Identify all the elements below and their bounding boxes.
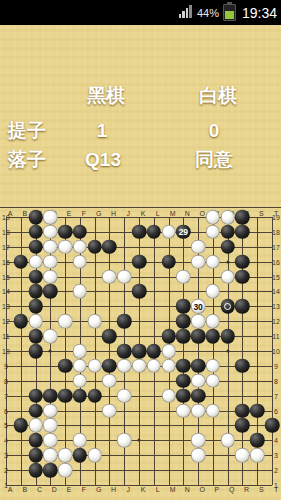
- stone-white-D18: [43, 225, 58, 240]
- col-label-bottom: M: [170, 486, 176, 493]
- stone-white-C12: [28, 314, 43, 329]
- stone-black-C11: [28, 329, 43, 344]
- stone-white-E17: [58, 240, 73, 255]
- stone-white-F16: [73, 254, 88, 269]
- stone-white-M18: [161, 225, 176, 240]
- stone-white-K9: [132, 359, 147, 374]
- grid-hline: [6, 381, 272, 382]
- col-label-bottom: O: [199, 486, 204, 493]
- stone-black-L18: [147, 225, 162, 240]
- col-label-top: J: [126, 210, 130, 217]
- stone-black-C14: [28, 284, 43, 299]
- stone-black-S6: [250, 403, 265, 418]
- stone-white-C16: [28, 254, 43, 269]
- stone-black-K16: [132, 254, 147, 269]
- stone-black-B16: [14, 254, 29, 269]
- stone-white-O8: [191, 374, 206, 389]
- stone-black-R9: [235, 359, 250, 374]
- row-label-right: 3: [274, 452, 278, 459]
- stone-white-G9: [87, 359, 102, 374]
- col-label-bottom: S: [259, 486, 264, 493]
- stone-black-K14: [132, 284, 147, 299]
- stone-white-C5: [28, 418, 43, 433]
- stone-black-R5: [235, 418, 250, 433]
- row-label-right: 11: [272, 333, 279, 340]
- col-label-top: M: [170, 210, 176, 217]
- stone-black-H9: [102, 359, 117, 374]
- row-label-left: 18: [2, 228, 10, 235]
- row-label-left: 2: [4, 467, 8, 474]
- stone-white-Q15: [220, 269, 235, 284]
- stone-white-E12: [58, 314, 73, 329]
- star-point: [49, 350, 52, 353]
- stone-black-G7: [87, 388, 102, 403]
- stone-black-N8: [176, 374, 191, 389]
- stone-black-N7: [176, 388, 191, 403]
- stone-black-O9: [191, 359, 206, 374]
- stone-black-K18: [132, 225, 147, 240]
- col-label-bottom: P: [215, 486, 220, 493]
- stone-black-T5: [265, 418, 280, 433]
- stone-black-R19: [235, 210, 250, 225]
- stone-white-F4: [73, 433, 88, 448]
- stone-white-F10: [73, 344, 88, 359]
- stone-black-C6: [28, 403, 43, 418]
- stone-white-J9: [117, 359, 132, 374]
- col-label-top: E: [67, 210, 72, 217]
- row-label-right: 18: [272, 228, 280, 235]
- stone-black-Q17: [220, 240, 235, 255]
- stone-white-J4: [117, 433, 132, 448]
- stone-white-M10: [161, 344, 176, 359]
- col-label-bottom: C: [37, 486, 42, 493]
- stone-black-E7: [58, 388, 73, 403]
- stone-white-O17: [191, 240, 206, 255]
- stone-white-M7: [161, 388, 176, 403]
- stone-white-F9: [73, 359, 88, 374]
- row-label-left: 17: [2, 243, 10, 250]
- stone-white-D17: [43, 240, 58, 255]
- row-label-right: 9: [274, 362, 278, 369]
- stone-black-R13: [235, 299, 250, 314]
- status-bar: 44% 19:34: [0, 0, 281, 25]
- stone-black-F18: [73, 225, 88, 240]
- battery-icon: [223, 4, 236, 21]
- col-label-top: N: [185, 210, 190, 217]
- col-label-bottom: H: [111, 486, 116, 493]
- stone-white-F14: [73, 284, 88, 299]
- star-point: [226, 260, 229, 263]
- stone-white-P14: [206, 284, 221, 299]
- row-label-right: 13: [272, 303, 280, 310]
- stone-white-R3: [235, 448, 250, 463]
- row-label-left: 16: [2, 258, 10, 265]
- stone-white-E2: [58, 463, 73, 478]
- col-label-bottom: B: [22, 486, 27, 493]
- row-label-left: 4: [4, 437, 8, 444]
- row-label-left: 12: [2, 318, 10, 325]
- col-label-top: F: [82, 210, 86, 217]
- status-time: 19:34: [242, 5, 277, 21]
- stone-white-D6: [43, 403, 58, 418]
- stone-black-M11: [161, 329, 176, 344]
- stone-black-J10: [117, 344, 132, 359]
- move-number-label: 29: [179, 228, 188, 237]
- stone-black-O11: [191, 329, 206, 344]
- stone-white-M9: [161, 359, 176, 374]
- col-label-bottom: A: [8, 486, 13, 493]
- col-label-bottom: K: [141, 486, 146, 493]
- stone-white-P19: [206, 210, 221, 225]
- captures-white-count: 0: [209, 120, 220, 142]
- stone-black-D14: [43, 284, 58, 299]
- row-label-left: 15: [2, 273, 10, 280]
- col-label-top: S: [259, 210, 264, 217]
- stone-black-R18: [235, 225, 250, 240]
- stone-white-D3: [43, 448, 58, 463]
- stone-white-O3: [191, 448, 206, 463]
- col-label-bottom: L: [156, 486, 160, 493]
- captures-label: 提子: [8, 118, 46, 144]
- col-label-top: H: [111, 210, 116, 217]
- stone-black-N9: [176, 359, 191, 374]
- stone-black-G17: [87, 240, 102, 255]
- stone-white-H8: [102, 374, 117, 389]
- stone-white-Q4: [220, 433, 235, 448]
- stone-white-J15: [117, 269, 132, 284]
- stone-white-G12: [87, 314, 102, 329]
- stone-white-P16: [206, 254, 221, 269]
- last-move-label: 落子: [8, 147, 46, 173]
- stone-black-P11: [206, 329, 221, 344]
- stone-white-O13: 30: [191, 299, 206, 314]
- stone-black-K10: [132, 344, 147, 359]
- row-label-right: 2: [274, 467, 278, 474]
- stone-white-O4: [191, 433, 206, 448]
- row-label-left: 13: [2, 303, 10, 310]
- stone-white-D11: [43, 329, 58, 344]
- col-label-bottom: R: [244, 486, 249, 493]
- star-point: [226, 350, 229, 353]
- stone-white-E3: [58, 448, 73, 463]
- last-move-white-status: 同意: [195, 147, 233, 173]
- black-player-header: 黑棋: [87, 83, 125, 109]
- row-label-right: 17: [272, 243, 280, 250]
- row-label-right: 8: [274, 377, 278, 384]
- stone-black-E9: [58, 359, 73, 374]
- col-label-top: G: [96, 210, 101, 217]
- go-board[interactable]: AABBCCDDEEFFGGHHJJKKLLMMNNOOPPQQRRSSTT19…: [0, 0, 281, 500]
- col-label-top: B: [22, 210, 27, 217]
- stone-white-O12: [191, 314, 206, 329]
- signal-icon: [179, 6, 193, 19]
- stone-white-H6: [102, 403, 117, 418]
- stone-black-N12: [176, 314, 191, 329]
- stone-black-C19: [28, 210, 43, 225]
- row-label-left: 5: [4, 422, 8, 429]
- row-label-left: 1: [4, 482, 8, 489]
- stone-black-C10: [28, 344, 43, 359]
- stone-white-P18: [206, 225, 221, 240]
- stone-black-R16: [235, 254, 250, 269]
- stone-white-D19: [43, 210, 58, 225]
- stone-black-B5: [14, 418, 29, 433]
- stone-black-D2: [43, 463, 58, 478]
- stone-black-O7: [191, 388, 206, 403]
- col-label-bottom: J: [126, 486, 130, 493]
- stone-black-H17: [102, 240, 117, 255]
- row-label-left: 6: [4, 407, 8, 414]
- row-label-left: 7: [4, 392, 8, 399]
- stone-black-C18: [28, 225, 43, 240]
- stone-black-N13: [176, 299, 191, 314]
- move-number-label: 30: [193, 302, 202, 311]
- stone-white-F17: [73, 240, 88, 255]
- stone-black-C4: [28, 433, 43, 448]
- stone-white-D16: [43, 254, 58, 269]
- col-label-top: K: [141, 210, 146, 217]
- stone-black-J12: [117, 314, 132, 329]
- stone-black-N18: 29: [176, 225, 191, 240]
- row-label-right: 6: [274, 407, 278, 414]
- row-label-right: 12: [272, 318, 280, 325]
- white-player-header: 白棋: [199, 83, 237, 109]
- app-screen: 44% 19:34 黑棋 白棋 提子 1 0 落子 Q13 同意 AABBCCD…: [0, 0, 281, 500]
- stone-black-Q18: [220, 225, 235, 240]
- board-top-edge-line: [0, 207, 281, 208]
- grid-vline: [183, 217, 184, 485]
- last-move-black: Q13: [85, 149, 121, 171]
- stone-black-C15: [28, 269, 43, 284]
- stone-white-S3: [250, 448, 265, 463]
- stone-white-N15: [176, 269, 191, 284]
- stone-white-J7: [117, 388, 132, 403]
- stone-white-D4: [43, 433, 58, 448]
- stone-black-C7: [28, 388, 43, 403]
- stone-black-F7: [73, 388, 88, 403]
- row-label-left: 10: [2, 348, 10, 355]
- stone-white-P8: [206, 374, 221, 389]
- row-label-right: 7: [274, 392, 278, 399]
- stone-white-H15: [102, 269, 117, 284]
- col-label-top: L: [156, 210, 160, 217]
- col-label-bottom: E: [67, 486, 72, 493]
- stone-black-C3: [28, 448, 43, 463]
- col-label-bottom: D: [52, 486, 57, 493]
- row-label-right: 10: [272, 348, 280, 355]
- row-label-right: 14: [272, 288, 280, 295]
- stone-white-P6: [206, 403, 221, 418]
- stone-black-Q11: [220, 329, 235, 344]
- stone-black-M16: [161, 254, 176, 269]
- stone-black-C2: [28, 463, 43, 478]
- col-label-top: O: [199, 210, 204, 217]
- stone-white-P12: [206, 314, 221, 329]
- stone-black-S4: [250, 433, 265, 448]
- stone-white-D5: [43, 418, 58, 433]
- stone-black-H11: [102, 329, 117, 344]
- stone-black-D7: [43, 388, 58, 403]
- col-label-bottom: Q: [229, 486, 234, 493]
- stone-black-N11: [176, 329, 191, 344]
- stone-white-O6: [191, 403, 206, 418]
- battery-percent: 44%: [197, 7, 219, 19]
- stone-white-L9: [147, 359, 162, 374]
- stone-black-Q13: [220, 299, 235, 314]
- row-label-left: 3: [4, 452, 8, 459]
- col-label-bottom: F: [82, 486, 86, 493]
- row-label-left: 19: [2, 214, 10, 221]
- row-label-right: 4: [274, 437, 278, 444]
- stone-black-F3: [73, 448, 88, 463]
- stone-black-E18: [58, 225, 73, 240]
- stone-white-N6: [176, 403, 191, 418]
- col-label-bottom: N: [185, 486, 190, 493]
- row-label-right: 1: [274, 482, 278, 489]
- stone-black-C13: [28, 299, 43, 314]
- row-label-left: 9: [4, 362, 8, 369]
- row-label-right: 16: [272, 258, 280, 265]
- last-move-ring-marker: [224, 303, 232, 311]
- stone-white-P9: [206, 359, 221, 374]
- row-label-right: 15: [272, 273, 280, 280]
- col-label-bottom: G: [96, 486, 101, 493]
- stone-black-L10: [147, 344, 162, 359]
- stone-white-G3: [87, 448, 102, 463]
- stone-black-R6: [235, 403, 250, 418]
- row-label-left: 8: [4, 377, 8, 384]
- stone-black-R15: [235, 269, 250, 284]
- row-label-right: 19: [272, 214, 280, 221]
- row-label-left: 14: [2, 288, 10, 295]
- captures-black-count: 1: [97, 120, 108, 142]
- stone-white-Q19: [220, 210, 235, 225]
- stone-black-B12: [14, 314, 29, 329]
- stone-white-F8: [73, 374, 88, 389]
- stone-white-D15: [43, 269, 58, 284]
- stone-black-C17: [28, 240, 43, 255]
- row-label-left: 11: [2, 333, 9, 340]
- stone-white-O16: [191, 254, 206, 269]
- star-point: [138, 439, 141, 442]
